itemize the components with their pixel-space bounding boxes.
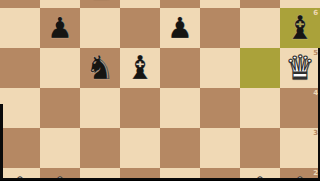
square-f3[interactable] (200, 128, 240, 168)
square-c4[interactable] (80, 88, 120, 128)
square-d4[interactable] (120, 88, 160, 128)
piece-black-queen-d7[interactable]: ♛ (120, 0, 160, 8)
square-c3[interactable] (80, 128, 120, 168)
piece-black-pawn-a7[interactable]: ♟ (0, 0, 40, 8)
square-e7[interactable] (160, 0, 200, 8)
square-a5[interactable] (0, 48, 40, 88)
square-e3[interactable] (160, 128, 200, 168)
square-b5[interactable] (40, 48, 80, 88)
letterbox-bar-left (0, 104, 3, 180)
square-h3[interactable]: 3 (280, 128, 320, 168)
square-g4[interactable] (240, 88, 280, 128)
chess-board-viewport: 65432♟♞♛♟♟♟♟♝♞♝♛♟♟♟♟ (0, 0, 320, 180)
piece-black-pawn-e6[interactable]: ♟ (160, 8, 200, 48)
board-inner: 65432♟♞♛♟♟♟♟♝♞♝♛♟♟♟♟ (0, 0, 320, 180)
square-g3[interactable] (240, 128, 280, 168)
piece-black-pawn-f7[interactable]: ♟ (200, 0, 240, 8)
piece-black-knight-c5[interactable]: ♞ (80, 48, 120, 88)
square-a3[interactable] (0, 128, 40, 168)
square-g7[interactable] (240, 0, 280, 8)
square-h4[interactable]: 4 (280, 88, 320, 128)
square-b3[interactable] (40, 128, 80, 168)
square-a4[interactable] (0, 88, 40, 128)
square-d6[interactable] (120, 8, 160, 48)
square-f5[interactable] (200, 48, 240, 88)
piece-white-queen-h5[interactable]: ♛ (280, 48, 320, 88)
square-g6[interactable] (240, 8, 280, 48)
letterbox-bar-bottom (0, 178, 320, 181)
square-a6[interactable] (0, 8, 40, 48)
square-b4[interactable] (40, 88, 80, 128)
square-d3[interactable] (120, 128, 160, 168)
square-e4[interactable] (160, 88, 200, 128)
piece-black-pawn-b6[interactable]: ♟ (40, 8, 80, 48)
piece-black-pawn-h7[interactable]: ♟ (280, 0, 320, 8)
piece-black-bishop-d5[interactable]: ♝ (120, 48, 160, 88)
square-g5[interactable] (240, 48, 280, 88)
square-c6[interactable] (80, 8, 120, 48)
piece-black-bishop-h6[interactable]: ♝ (280, 8, 320, 48)
square-b7[interactable] (40, 0, 80, 8)
square-f4[interactable] (200, 88, 240, 128)
square-f6[interactable] (200, 8, 240, 48)
square-e5[interactable] (160, 48, 200, 88)
piece-white-knight-c7[interactable]: ♞ (80, 0, 120, 8)
